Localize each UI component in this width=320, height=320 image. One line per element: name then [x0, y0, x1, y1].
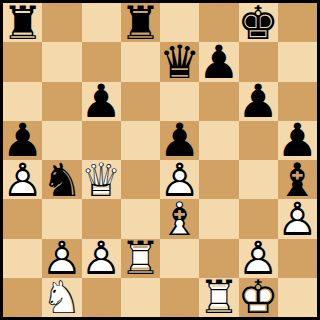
square-c1[interactable] — [82, 278, 121, 317]
white-knight-piece: ♞♘ — [42, 278, 81, 317]
square-g8[interactable]: ♚ — [239, 3, 278, 42]
square-d1[interactable] — [121, 278, 160, 317]
square-d2[interactable]: ♜♖ — [121, 239, 160, 278]
square-a3[interactable] — [3, 199, 42, 238]
square-a8[interactable]: ♜ — [3, 3, 42, 42]
square-h8[interactable] — [278, 3, 317, 42]
square-f3[interactable] — [199, 199, 238, 238]
square-a1[interactable] — [3, 278, 42, 317]
white-rook-piece: ♜♖ — [121, 239, 160, 278]
square-e1[interactable] — [160, 278, 199, 317]
square-d8[interactable]: ♜ — [121, 3, 160, 42]
square-d7[interactable] — [121, 42, 160, 81]
square-b1[interactable]: ♞♘ — [42, 278, 81, 317]
square-b7[interactable] — [42, 42, 81, 81]
white-pawn-piece: ♟♙ — [3, 160, 42, 199]
white-pawn-piece: ♟♙ — [278, 199, 317, 238]
board-frame: ♜♜♚♛♟♟♟♟♟♟♟♙♞♛♕♟♙♝♝♗♟♙♟♙♟♙♜♖♟♙♞♘♜♖♚♔ — [0, 0, 320, 320]
square-h7[interactable] — [278, 42, 317, 81]
white-rook-piece: ♜♖ — [199, 278, 238, 317]
square-e3[interactable]: ♝♗ — [160, 199, 199, 238]
square-h2[interactable] — [278, 239, 317, 278]
square-g4[interactable] — [239, 160, 278, 199]
square-g6[interactable]: ♟ — [239, 82, 278, 121]
square-b8[interactable] — [42, 3, 81, 42]
white-queen-piece: ♛♕ — [82, 160, 121, 199]
black-rook-piece: ♜ — [121, 3, 160, 42]
black-pawn-piece: ♟ — [199, 42, 238, 81]
square-a4[interactable]: ♟♙ — [3, 160, 42, 199]
square-e2[interactable] — [160, 239, 199, 278]
square-c4[interactable]: ♛♕ — [82, 160, 121, 199]
square-f1[interactable]: ♜♖ — [199, 278, 238, 317]
square-c2[interactable]: ♟♙ — [82, 239, 121, 278]
black-pawn-piece: ♟ — [82, 82, 121, 121]
white-bishop-piece: ♝♗ — [160, 199, 199, 238]
square-f4[interactable] — [199, 160, 238, 199]
black-knight-piece: ♞ — [42, 160, 81, 199]
square-d4[interactable] — [121, 160, 160, 199]
square-b4[interactable]: ♞ — [42, 160, 81, 199]
square-c6[interactable]: ♟ — [82, 82, 121, 121]
black-king-piece: ♚ — [239, 3, 278, 42]
black-rook-piece: ♜ — [3, 3, 42, 42]
square-h3[interactable]: ♟♙ — [278, 199, 317, 238]
square-d6[interactable] — [121, 82, 160, 121]
square-f5[interactable] — [199, 121, 238, 160]
chess-board: ♜♜♚♛♟♟♟♟♟♟♟♙♞♛♕♟♙♝♝♗♟♙♟♙♟♙♜♖♟♙♞♘♜♖♚♔ — [3, 3, 317, 317]
white-pawn-piece: ♟♙ — [82, 239, 121, 278]
square-h1[interactable] — [278, 278, 317, 317]
square-a2[interactable] — [3, 239, 42, 278]
square-a7[interactable] — [3, 42, 42, 81]
white-king-piece: ♚♔ — [239, 278, 278, 317]
square-g1[interactable]: ♚♔ — [239, 278, 278, 317]
square-g5[interactable] — [239, 121, 278, 160]
square-f7[interactable]: ♟ — [199, 42, 238, 81]
black-queen-piece: ♛ — [160, 42, 199, 81]
square-e7[interactable]: ♛ — [160, 42, 199, 81]
square-c8[interactable] — [82, 3, 121, 42]
square-d5[interactable] — [121, 121, 160, 160]
square-b6[interactable] — [42, 82, 81, 121]
black-pawn-piece: ♟ — [239, 82, 278, 121]
square-f6[interactable] — [199, 82, 238, 121]
